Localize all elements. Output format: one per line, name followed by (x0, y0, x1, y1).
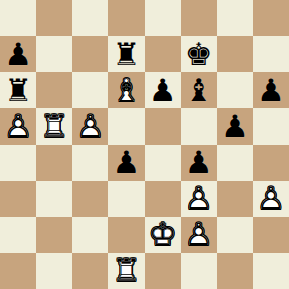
square-e8[interactable] (145, 0, 181, 36)
square-g1[interactable] (217, 253, 253, 289)
piece-white-king[interactable]: ♔ (145, 217, 181, 253)
square-f6[interactable]: ♝ (181, 72, 217, 108)
square-b3[interactable] (36, 181, 72, 217)
piece-white-rook[interactable]: ♖ (108, 253, 144, 289)
square-f2[interactable]: ♟♙ (181, 217, 217, 253)
square-b7[interactable] (36, 36, 72, 72)
square-a8[interactable] (0, 0, 36, 36)
square-h4[interactable] (253, 145, 289, 181)
piece-white-pawn[interactable]: ♙ (0, 108, 36, 144)
square-g3[interactable] (217, 181, 253, 217)
square-f1[interactable] (181, 253, 217, 289)
piece-black-rook[interactable]: ♜ (108, 36, 144, 72)
piece-white-pawn[interactable]: ♙ (72, 108, 108, 144)
square-e7[interactable] (145, 36, 181, 72)
piece-white-pawn[interactable]: ♙ (181, 181, 217, 217)
square-f4[interactable]: ♟ (181, 145, 217, 181)
piece-white-pawn[interactable]: ♙ (181, 217, 217, 253)
square-f8[interactable] (181, 0, 217, 36)
piece-white-pawn-fill: ♟ (253, 181, 289, 217)
piece-white-pawn-fill: ♟ (0, 108, 36, 144)
piece-black-rook[interactable]: ♜ (0, 72, 36, 108)
piece-white-rook-fill: ♜ (108, 253, 144, 289)
piece-white-bishop[interactable]: ♗ (108, 72, 144, 108)
piece-black-bishop[interactable]: ♝ (181, 72, 217, 108)
square-f3[interactable]: ♟♙ (181, 181, 217, 217)
piece-white-pawn-fill: ♟ (181, 181, 217, 217)
square-h8[interactable] (253, 0, 289, 36)
piece-white-rook-fill: ♜ (36, 108, 72, 144)
square-c8[interactable] (72, 0, 108, 36)
square-d7[interactable]: ♜ (108, 36, 144, 72)
square-d8[interactable] (108, 0, 144, 36)
square-a7[interactable]: ♟ (0, 36, 36, 72)
square-d2[interactable] (108, 217, 144, 253)
square-c5[interactable]: ♟♙ (72, 108, 108, 144)
square-b1[interactable] (36, 253, 72, 289)
square-h1[interactable] (253, 253, 289, 289)
square-g4[interactable] (217, 145, 253, 181)
square-e5[interactable] (145, 108, 181, 144)
square-g7[interactable] (217, 36, 253, 72)
square-b5[interactable]: ♜♖ (36, 108, 72, 144)
square-e4[interactable] (145, 145, 181, 181)
square-g8[interactable] (217, 0, 253, 36)
square-a4[interactable] (0, 145, 36, 181)
square-d5[interactable] (108, 108, 144, 144)
square-b4[interactable] (36, 145, 72, 181)
square-a3[interactable] (0, 181, 36, 217)
square-d1[interactable]: ♜♖ (108, 253, 144, 289)
square-d6[interactable]: ♝♗ (108, 72, 144, 108)
square-d4[interactable]: ♟ (108, 145, 144, 181)
square-h5[interactable] (253, 108, 289, 144)
square-c2[interactable] (72, 217, 108, 253)
square-h7[interactable] (253, 36, 289, 72)
piece-black-pawn[interactable]: ♟ (217, 108, 253, 144)
square-c4[interactable] (72, 145, 108, 181)
piece-black-pawn[interactable]: ♟ (181, 145, 217, 181)
piece-black-king[interactable]: ♚ (181, 36, 217, 72)
square-c3[interactable] (72, 181, 108, 217)
piece-black-pawn[interactable]: ♟ (0, 36, 36, 72)
square-a5[interactable]: ♟♙ (0, 108, 36, 144)
square-c1[interactable] (72, 253, 108, 289)
piece-white-pawn-fill: ♟ (72, 108, 108, 144)
piece-black-pawn[interactable]: ♟ (108, 145, 144, 181)
square-g6[interactable] (217, 72, 253, 108)
square-g2[interactable] (217, 217, 253, 253)
chess-board: ♟♜♚♜♝♗♟♝♟♟♙♜♖♟♙♟♟♟♟♙♟♙♚♔♟♙♜♖ (0, 0, 289, 289)
square-f7[interactable]: ♚ (181, 36, 217, 72)
square-c7[interactable] (72, 36, 108, 72)
square-e6[interactable]: ♟ (145, 72, 181, 108)
piece-white-pawn[interactable]: ♙ (253, 181, 289, 217)
square-h3[interactable]: ♟♙ (253, 181, 289, 217)
piece-white-bishop-fill: ♝ (108, 72, 144, 108)
square-h2[interactable] (253, 217, 289, 253)
square-e2[interactable]: ♚♔ (145, 217, 181, 253)
piece-white-pawn-fill: ♟ (181, 217, 217, 253)
piece-black-pawn[interactable]: ♟ (253, 72, 289, 108)
square-e1[interactable] (145, 253, 181, 289)
square-c6[interactable] (72, 72, 108, 108)
square-f5[interactable] (181, 108, 217, 144)
square-a6[interactable]: ♜ (0, 72, 36, 108)
square-b8[interactable] (36, 0, 72, 36)
square-a2[interactable] (0, 217, 36, 253)
square-d3[interactable] (108, 181, 144, 217)
square-g5[interactable]: ♟ (217, 108, 253, 144)
piece-white-rook[interactable]: ♖ (36, 108, 72, 144)
square-a1[interactable] (0, 253, 36, 289)
square-b6[interactable] (36, 72, 72, 108)
piece-white-king-fill: ♚ (145, 217, 181, 253)
square-b2[interactable] (36, 217, 72, 253)
square-e3[interactable] (145, 181, 181, 217)
square-h6[interactable]: ♟ (253, 72, 289, 108)
piece-black-pawn[interactable]: ♟ (145, 72, 181, 108)
